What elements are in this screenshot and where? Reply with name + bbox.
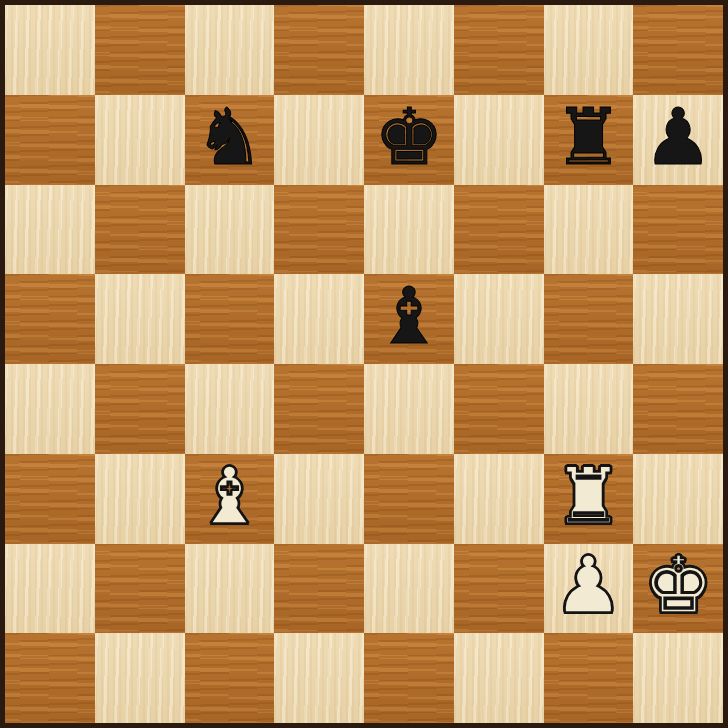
square-f4[interactable] [454,364,544,454]
square-f3[interactable] [454,454,544,544]
square-f8[interactable] [454,5,544,95]
square-f5[interactable] [454,274,544,364]
square-h3[interactable] [633,454,723,544]
square-g7[interactable]: ♜ [544,95,634,185]
square-d7[interactable] [274,95,364,185]
square-b6[interactable] [95,185,185,275]
square-f6[interactable] [454,185,544,275]
square-g1[interactable] [544,633,634,723]
square-f1[interactable] [454,633,544,723]
white-bishop[interactable]: ♝ [194,457,264,535]
square-b5[interactable] [95,274,185,364]
square-d4[interactable] [274,364,364,454]
black-pawn[interactable]: ♟ [643,98,713,176]
square-e1[interactable] [364,633,454,723]
square-h1[interactable] [633,633,723,723]
square-a6[interactable] [5,185,95,275]
square-e4[interactable] [364,364,454,454]
square-c6[interactable] [185,185,275,275]
square-e6[interactable] [364,185,454,275]
square-g3[interactable]: ♜ [544,454,634,544]
black-bishop[interactable]: ♝ [374,277,444,355]
square-e8[interactable] [364,5,454,95]
square-b2[interactable] [95,544,185,634]
square-g6[interactable] [544,185,634,275]
square-g2[interactable]: ♟ [544,544,634,634]
square-a3[interactable] [5,454,95,544]
square-e7[interactable]: ♚ [364,95,454,185]
chess-board: ♞♚♜♟♝♝♜♟♚ [0,0,728,728]
square-c4[interactable] [185,364,275,454]
square-h5[interactable] [633,274,723,364]
square-c2[interactable] [185,544,275,634]
square-a4[interactable] [5,364,95,454]
square-e5[interactable]: ♝ [364,274,454,364]
square-d8[interactable] [274,5,364,95]
square-a2[interactable] [5,544,95,634]
black-knight[interactable]: ♞ [194,98,264,176]
square-g4[interactable] [544,364,634,454]
square-h4[interactable] [633,364,723,454]
square-d6[interactable] [274,185,364,275]
square-f2[interactable] [454,544,544,634]
square-c3[interactable]: ♝ [185,454,275,544]
square-a7[interactable] [5,95,95,185]
white-king[interactable]: ♚ [643,546,713,624]
square-b4[interactable] [95,364,185,454]
square-e3[interactable] [364,454,454,544]
black-rook[interactable]: ♜ [553,98,623,176]
square-f7[interactable] [454,95,544,185]
square-e2[interactable] [364,544,454,634]
white-rook[interactable]: ♜ [553,457,623,535]
square-d3[interactable] [274,454,364,544]
square-c7[interactable]: ♞ [185,95,275,185]
square-d5[interactable] [274,274,364,364]
square-a1[interactable] [5,633,95,723]
square-g8[interactable] [544,5,634,95]
square-d1[interactable] [274,633,364,723]
square-b3[interactable] [95,454,185,544]
square-h8[interactable] [633,5,723,95]
square-h6[interactable] [633,185,723,275]
square-d2[interactable] [274,544,364,634]
white-pawn[interactable]: ♟ [553,546,623,624]
square-c5[interactable] [185,274,275,364]
square-c8[interactable] [185,5,275,95]
black-king[interactable]: ♚ [374,98,444,176]
square-h7[interactable]: ♟ [633,95,723,185]
square-b7[interactable] [95,95,185,185]
square-g5[interactable] [544,274,634,364]
square-b1[interactable] [95,633,185,723]
square-c1[interactable] [185,633,275,723]
square-a5[interactable] [5,274,95,364]
square-b8[interactable] [95,5,185,95]
square-h2[interactable]: ♚ [633,544,723,634]
square-a8[interactable] [5,5,95,95]
